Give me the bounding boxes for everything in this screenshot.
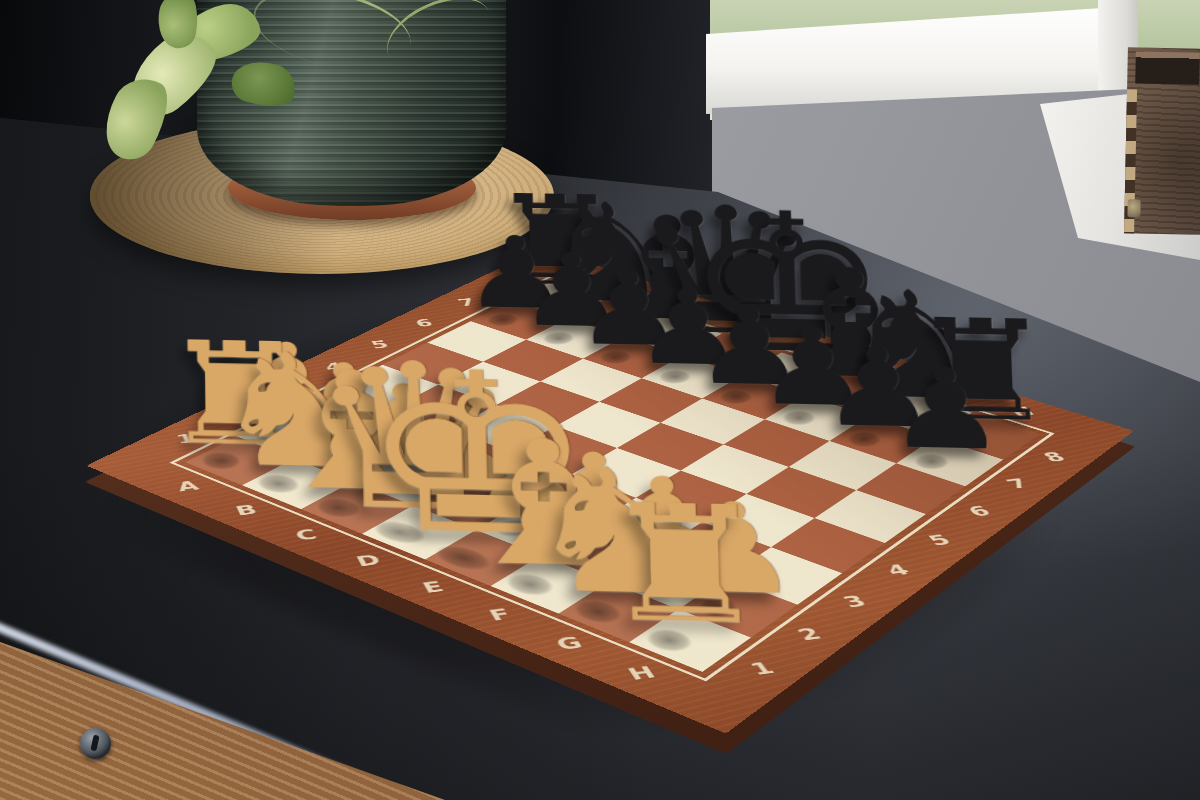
file-label-near-g: G: [543, 631, 597, 657]
crate-latch: [1127, 199, 1140, 217]
rank-label-right-4: 4: [871, 558, 926, 582]
photo-scene: AABBCCDDEEFFGGHH1122334455667788♜♞♝♛♚♝♞♜…: [0, 0, 1200, 800]
rank-label-right-1: 1: [734, 655, 791, 682]
rank-label-right-2: 2: [782, 622, 838, 648]
piece-white-rook-h1[interactable]: ♜: [598, 488, 772, 644]
file-label-near-e: E: [408, 575, 459, 599]
crate-interior: [1135, 51, 1200, 84]
rank-label-right-7: 7: [992, 473, 1044, 494]
file-label-near-f: F: [474, 602, 526, 627]
screw-slot: [90, 735, 99, 752]
piece-black-pawn-h7[interactable]: ♟: [884, 356, 1007, 464]
file-label-near-b: B: [223, 499, 269, 521]
file-label-near-h: H: [614, 660, 670, 687]
wooden-crate: [1124, 47, 1200, 235]
file-label-near-a: A: [166, 476, 211, 497]
rank-label-right-8: 8: [1029, 447, 1081, 467]
table-screw-grommet: [80, 728, 111, 759]
rank-label-right-5: 5: [913, 529, 967, 552]
rank-label-right-3: 3: [827, 589, 882, 614]
rank-label-right-6: 6: [953, 501, 1006, 523]
